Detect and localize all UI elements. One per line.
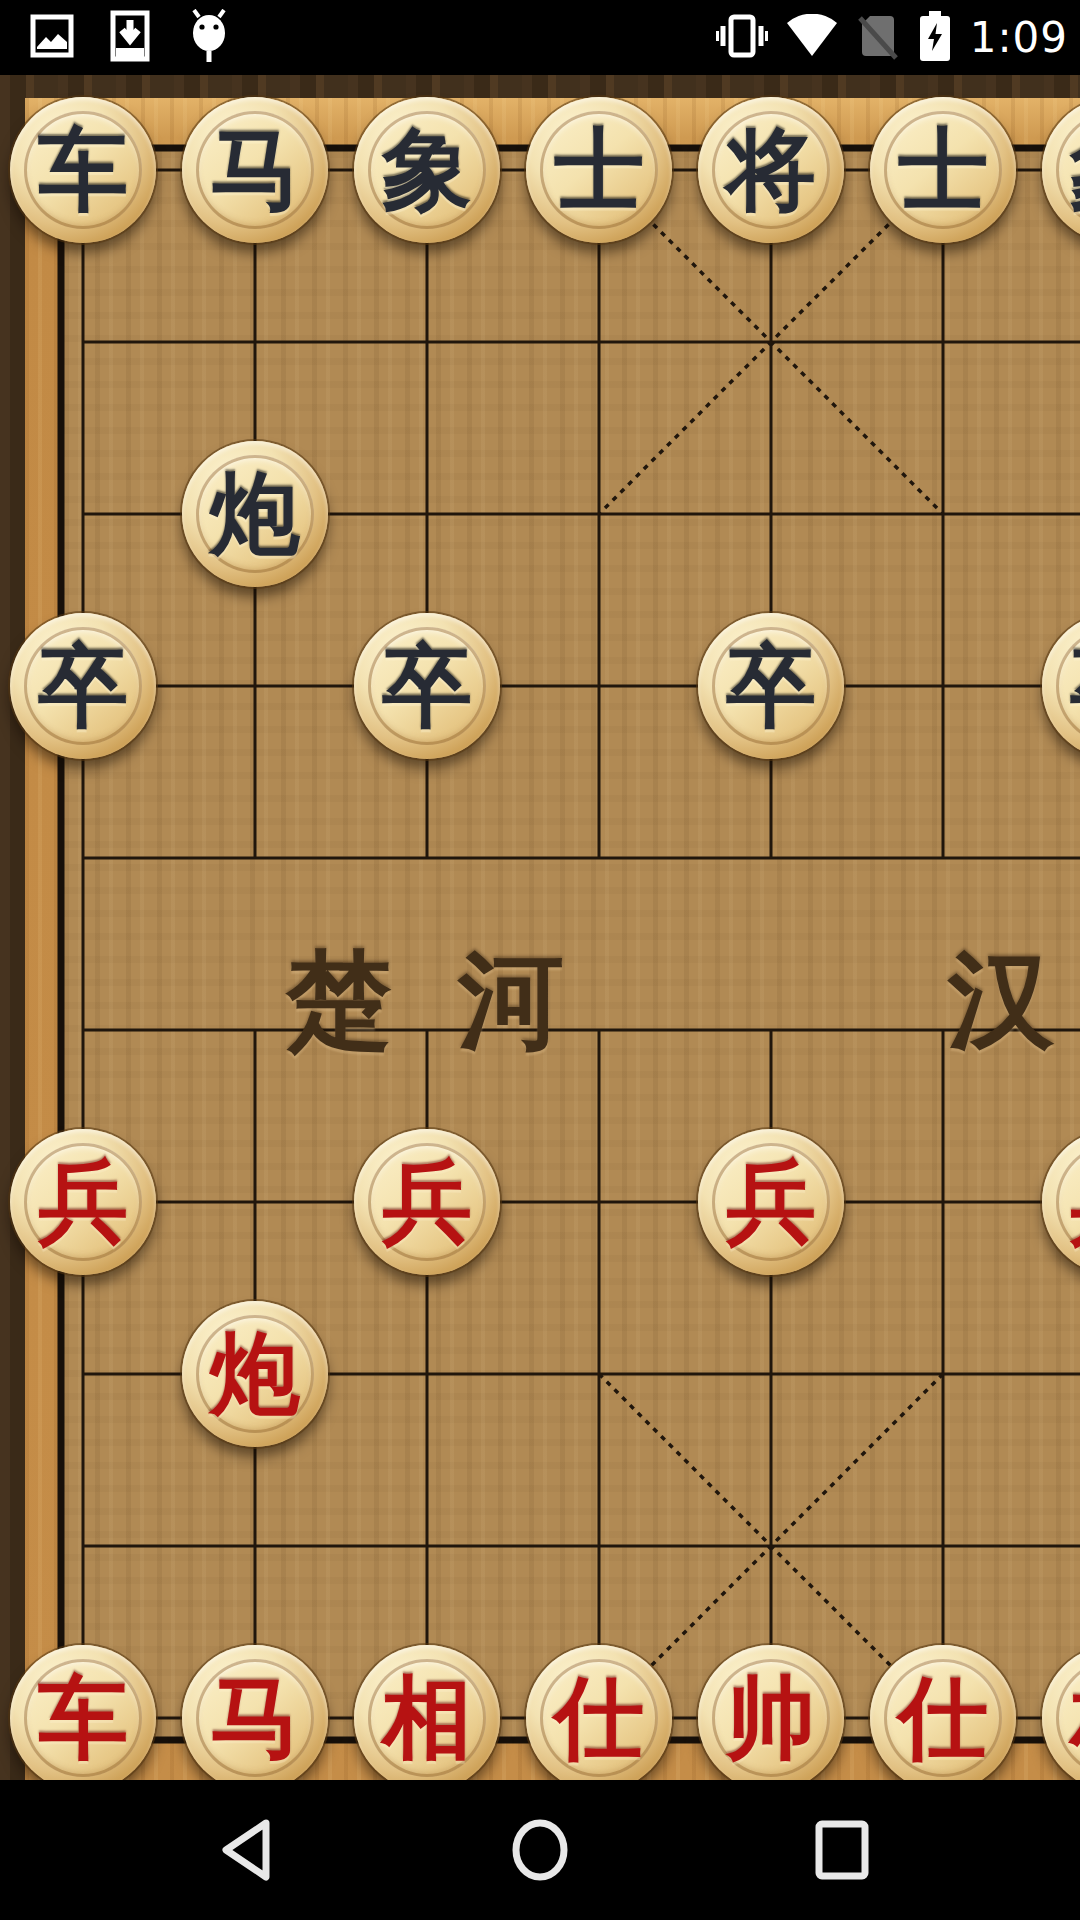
- piece-glyph: 仕: [554, 1673, 644, 1763]
- piece-glyph: 马: [210, 125, 300, 215]
- piece-glyph: 士: [554, 125, 644, 215]
- piece-red-soldier[interactable]: 兵: [10, 1129, 156, 1275]
- xiangqi-board[interactable]: 楚河 汉界 车马象士将士象马车炮炮卒卒卒卒卒兵兵兵兵兵炮炮车马相仕帅仕相马车: [0, 75, 1080, 1780]
- piece-glyph: 车: [38, 125, 128, 215]
- piece-glyph: 兵: [1070, 1157, 1080, 1247]
- piece-glyph: 相: [382, 1673, 472, 1763]
- piece-red-elephant[interactable]: 相: [354, 1645, 500, 1780]
- piece-black-general[interactable]: 将: [698, 97, 844, 243]
- wifi-icon: [786, 14, 838, 62]
- piece-black-soldier[interactable]: 卒: [354, 613, 500, 759]
- home-circle-icon: [509, 1819, 571, 1881]
- piece-black-advisor[interactable]: 士: [870, 97, 1016, 243]
- piece-red-chariot[interactable]: 车: [10, 1645, 156, 1780]
- piece-black-soldier[interactable]: 卒: [10, 613, 156, 759]
- piece-glyph: 士: [898, 125, 988, 215]
- piece-red-advisor[interactable]: 仕: [526, 1645, 672, 1780]
- navigation-bar: [0, 1780, 1080, 1920]
- clock-time: 1:09: [970, 13, 1068, 62]
- piece-red-soldier[interactable]: 兵: [354, 1129, 500, 1275]
- piece-glyph: 仕: [898, 1673, 988, 1763]
- piece-black-chariot[interactable]: 车: [10, 97, 156, 243]
- piece-glyph: 车: [38, 1673, 128, 1763]
- download-notification-icon: [110, 10, 150, 66]
- piece-black-horse[interactable]: 马: [182, 97, 328, 243]
- piece-glyph: 兵: [726, 1157, 816, 1247]
- status-bar-notifications: [30, 0, 232, 75]
- piece-glyph: 马: [210, 1673, 300, 1763]
- back-triangle-icon: [216, 1818, 274, 1882]
- piece-black-cannon[interactable]: 炮: [182, 441, 328, 587]
- status-bar-system-icons: 1:09: [716, 0, 1068, 75]
- piece-glyph: 帅: [726, 1673, 816, 1763]
- piece-red-horse[interactable]: 马: [182, 1645, 328, 1780]
- piece-glyph: 炮: [210, 1329, 300, 1419]
- piece-glyph: 卒: [726, 641, 816, 731]
- android-debug-icon: [186, 9, 232, 67]
- status-bar: 1:09: [0, 0, 1080, 75]
- home-button[interactable]: [480, 1780, 600, 1920]
- board-grid: [0, 75, 1080, 1780]
- recents-button[interactable]: [782, 1780, 902, 1920]
- piece-glyph: 象: [1070, 125, 1080, 215]
- recents-square-icon: [813, 1819, 871, 1881]
- piece-glyph: 卒: [38, 641, 128, 731]
- piece-glyph: 象: [382, 125, 472, 215]
- piece-black-soldier[interactable]: 卒: [698, 613, 844, 759]
- no-sim-icon: [856, 12, 900, 64]
- vibrate-icon: [716, 12, 768, 64]
- piece-red-soldier[interactable]: 兵: [698, 1129, 844, 1275]
- back-button[interactable]: [185, 1780, 305, 1920]
- piece-glyph: 卒: [382, 641, 472, 731]
- piece-red-advisor[interactable]: 仕: [870, 1645, 1016, 1780]
- gallery-notification-icon: [30, 14, 74, 62]
- piece-glyph: 炮: [210, 469, 300, 559]
- battery-charging-icon: [918, 10, 952, 66]
- piece-red-cannon[interactable]: 炮: [182, 1301, 328, 1447]
- piece-glyph: 将: [726, 125, 816, 215]
- river-label-right: 汉界: [948, 947, 1080, 1053]
- piece-black-advisor[interactable]: 士: [526, 97, 672, 243]
- piece-black-elephant[interactable]: 象: [354, 97, 500, 243]
- xiangqi-app-screen: 1:09: [0, 0, 1080, 1920]
- piece-glyph: 卒: [1070, 641, 1080, 731]
- piece-red-general[interactable]: 帅: [698, 1645, 844, 1780]
- piece-glyph: 兵: [382, 1157, 472, 1247]
- river-label-left: 楚河: [286, 947, 630, 1053]
- piece-glyph: 兵: [38, 1157, 128, 1247]
- piece-glyph: 相: [1070, 1673, 1080, 1763]
